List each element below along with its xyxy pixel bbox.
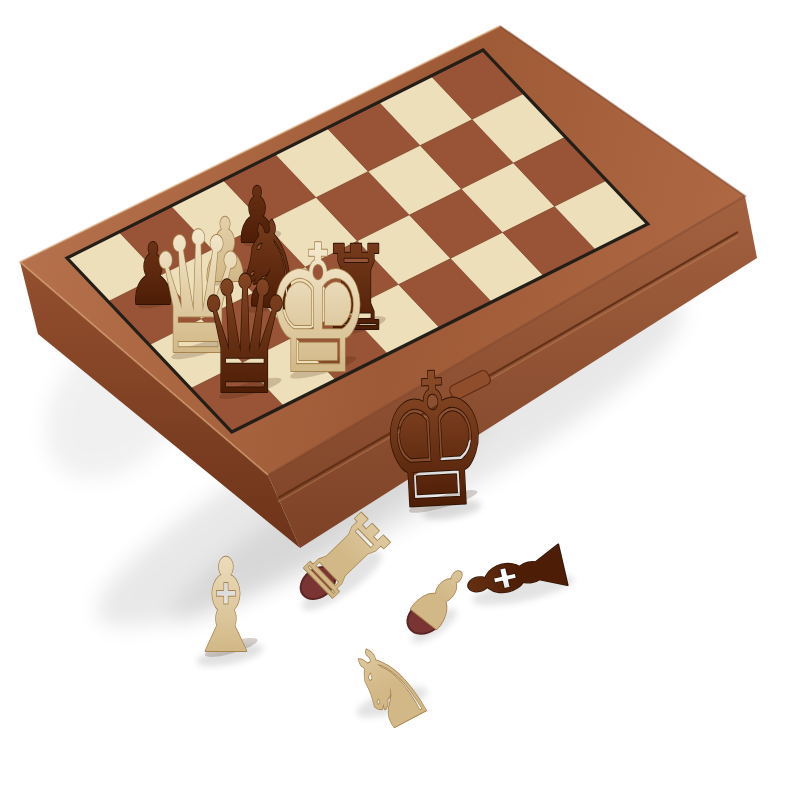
scene-canvas: ♟♟♞♟♜♛♚♛♚♝♜♟♝♞ <box>0 0 800 800</box>
white-bishop-standing[interactable]: ♝ <box>187 532 266 682</box>
chess-set-photo: ♟♟♞♟♜♛♚♛♚♝♜♟♝♞ <box>0 0 800 800</box>
dark-queen-on-row3-col0[interactable]: ♛ <box>196 241 295 430</box>
